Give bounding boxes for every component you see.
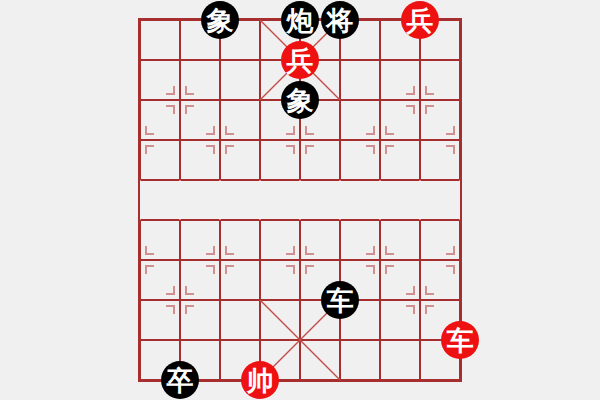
river-cell	[220, 180, 260, 220]
board-cell	[140, 20, 180, 60]
board-cell	[180, 140, 220, 180]
board-cell	[180, 100, 220, 140]
black-cannon[interactable]: 炮	[281, 1, 319, 39]
stage: 象炮将兵兵象车车卒帅	[0, 0, 600, 400]
board-cell	[420, 260, 460, 300]
board-cell	[180, 60, 220, 100]
board-cell	[420, 100, 460, 140]
board-cell	[220, 220, 260, 260]
board-cell	[140, 100, 180, 140]
river-cell	[180, 180, 220, 220]
black-general[interactable]: 将	[321, 1, 359, 39]
board-cell	[300, 140, 340, 180]
board-cell	[380, 60, 420, 100]
board-cell	[260, 140, 300, 180]
black-soldier[interactable]: 卒	[161, 361, 199, 399]
board-cell	[180, 260, 220, 300]
black-elephant[interactable]: 象	[201, 1, 239, 39]
board-cell	[340, 60, 380, 100]
black-chariot[interactable]: 车	[321, 281, 359, 319]
board-cell	[380, 340, 420, 380]
river-cell	[340, 180, 380, 220]
board-cell	[340, 340, 380, 380]
board-cell	[420, 140, 460, 180]
board-cell	[220, 300, 260, 340]
board-cell	[300, 340, 340, 380]
board-cell	[380, 300, 420, 340]
board-cell	[380, 140, 420, 180]
board-cell	[140, 260, 180, 300]
red-general[interactable]: 帅	[241, 361, 279, 399]
board-cell	[140, 60, 180, 100]
river-cell	[300, 180, 340, 220]
board-cell	[220, 60, 260, 100]
board-cell	[420, 60, 460, 100]
board-cell	[340, 100, 380, 140]
board-cell	[140, 300, 180, 340]
board-cell	[180, 300, 220, 340]
board-cell	[220, 260, 260, 300]
board-cell	[220, 140, 260, 180]
board-cell	[380, 220, 420, 260]
board-cell	[380, 100, 420, 140]
board-cell	[300, 220, 340, 260]
board-cell	[260, 300, 300, 340]
board-cell	[140, 220, 180, 260]
board-cell	[260, 220, 300, 260]
red-soldier[interactable]: 兵	[401, 1, 439, 39]
board-cell	[380, 260, 420, 300]
board-cell	[180, 220, 220, 260]
river-cell	[260, 180, 300, 220]
red-soldier[interactable]: 兵	[281, 41, 319, 79]
board-cell	[420, 220, 460, 260]
red-chariot[interactable]: 车	[441, 321, 479, 359]
river-cell	[140, 180, 180, 220]
river-cell	[420, 180, 460, 220]
river-cell	[380, 180, 420, 220]
board-cell	[140, 140, 180, 180]
board-cell	[260, 260, 300, 300]
black-elephant[interactable]: 象	[281, 81, 319, 119]
board-cell	[340, 140, 380, 180]
board-cell	[340, 220, 380, 260]
board-cell	[220, 100, 260, 140]
